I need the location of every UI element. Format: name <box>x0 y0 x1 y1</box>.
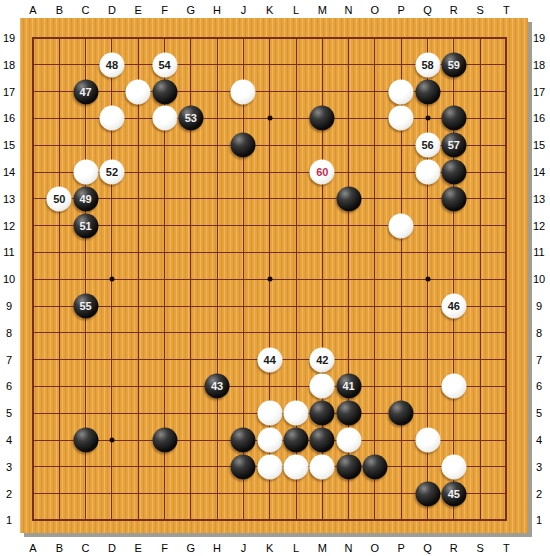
column-label-top: C <box>82 5 90 16</box>
white-stone[interactable] <box>257 401 282 426</box>
column-label-bottom: Q <box>423 543 432 554</box>
star-point <box>425 277 430 282</box>
white-stone[interactable] <box>415 160 440 185</box>
row-label-left: 14 <box>3 167 15 178</box>
white-stone-move-58[interactable]: 58 <box>415 52 440 77</box>
white-stone[interactable] <box>389 79 414 104</box>
white-stone[interactable] <box>99 106 124 131</box>
white-stone-move-54[interactable]: 54 <box>152 52 177 77</box>
white-stone[interactable] <box>231 79 256 104</box>
column-label-bottom: S <box>476 543 483 554</box>
column-label-top: J <box>241 5 247 16</box>
black-stone[interactable] <box>284 428 309 453</box>
move-number: 52 <box>106 167 118 178</box>
column-label-bottom: M <box>318 543 327 554</box>
column-label-top: M <box>318 5 327 16</box>
move-number: 51 <box>79 220 91 231</box>
black-stone[interactable] <box>73 428 98 453</box>
white-stone[interactable] <box>441 454 466 479</box>
column-label-top: N <box>345 5 353 16</box>
grid-line-horizontal <box>33 332 506 333</box>
move-number: 57 <box>448 140 460 151</box>
row-label-right: 12 <box>533 220 545 231</box>
row-label-left: 6 <box>6 381 12 392</box>
row-label-left: 12 <box>3 220 15 231</box>
white-stone[interactable] <box>389 106 414 131</box>
black-stone-move-49[interactable]: 49 <box>73 186 98 211</box>
column-label-top: Q <box>423 5 432 16</box>
move-number: 43 <box>211 381 223 392</box>
column-label-top: K <box>266 5 273 16</box>
column-label-bottom: G <box>187 543 196 554</box>
black-stone[interactable] <box>310 401 335 426</box>
star-point <box>109 438 114 443</box>
star-point <box>425 116 430 121</box>
column-label-bottom: L <box>293 543 299 554</box>
row-label-right: 2 <box>536 488 542 499</box>
row-label-right: 4 <box>536 435 542 446</box>
black-stone-move-55[interactable]: 55 <box>73 294 98 319</box>
column-label-bottom: T <box>503 543 510 554</box>
move-number: 56 <box>421 140 433 151</box>
column-label-bottom: C <box>82 543 90 554</box>
black-stone[interactable] <box>336 454 361 479</box>
black-stone-move-59[interactable]: 59 <box>441 52 466 77</box>
grid-line-horizontal <box>33 306 506 307</box>
black-stone[interactable] <box>310 106 335 131</box>
column-label-top: R <box>450 5 458 16</box>
white-stone[interactable] <box>126 79 151 104</box>
white-stone-move-50[interactable]: 50 <box>47 186 72 211</box>
column-label-bottom: H <box>213 543 221 554</box>
row-label-left: 7 <box>6 354 12 365</box>
row-label-left: 11 <box>3 247 14 258</box>
black-stone[interactable] <box>336 401 361 426</box>
row-label-left: 18 <box>3 59 15 70</box>
column-label-bottom: N <box>345 543 353 554</box>
move-number: 41 <box>342 381 354 392</box>
black-stone[interactable] <box>231 133 256 158</box>
row-label-left: 4 <box>6 435 12 446</box>
black-stone[interactable] <box>362 454 387 479</box>
column-label-bottom: R <box>450 543 458 554</box>
move-number: 53 <box>185 113 197 124</box>
white-stone-move-42[interactable]: 42 <box>310 347 335 372</box>
column-label-top: E <box>135 5 142 16</box>
row-label-right: 18 <box>533 59 545 70</box>
column-label-top: F <box>161 5 168 16</box>
white-stone[interactable] <box>389 213 414 238</box>
white-stone-move-60[interactable]: 60 <box>310 160 335 185</box>
column-label-top: H <box>213 5 221 16</box>
row-label-left: 10 <box>3 274 15 285</box>
grid-line-vertical <box>480 38 481 520</box>
white-stone[interactable] <box>284 454 309 479</box>
row-label-right: 10 <box>533 274 545 285</box>
row-label-left: 3 <box>6 461 12 472</box>
row-label-right: 6 <box>536 381 542 392</box>
column-label-top: O <box>371 5 380 16</box>
black-stone[interactable] <box>415 481 440 506</box>
black-stone[interactable] <box>152 428 177 453</box>
star-point <box>109 277 114 282</box>
black-stone[interactable] <box>231 454 256 479</box>
column-label-bottom: D <box>108 543 116 554</box>
white-stone[interactable] <box>310 454 335 479</box>
column-label-bottom: B <box>56 543 63 554</box>
black-stone[interactable] <box>415 79 440 104</box>
row-label-left: 17 <box>3 86 15 97</box>
move-number: 55 <box>79 301 91 312</box>
black-stone-move-51[interactable]: 51 <box>73 213 98 238</box>
black-stone-move-41[interactable]: 41 <box>336 374 361 399</box>
row-label-left: 16 <box>3 113 15 124</box>
star-point <box>267 116 272 121</box>
move-number: 58 <box>421 59 433 70</box>
column-label-bottom: F <box>161 543 168 554</box>
row-label-right: 11 <box>533 247 544 258</box>
black-stone[interactable] <box>441 160 466 185</box>
column-label-top: S <box>476 5 483 16</box>
white-stone[interactable] <box>73 160 98 185</box>
black-stone[interactable] <box>389 401 414 426</box>
black-stone-move-57[interactable]: 57 <box>441 133 466 158</box>
column-label-top: B <box>56 5 63 16</box>
row-label-right: 7 <box>536 354 542 365</box>
grid-line-horizontal <box>33 386 506 387</box>
column-label-top: T <box>503 5 510 16</box>
white-stone-move-56[interactable]: 56 <box>415 133 440 158</box>
row-label-right: 14 <box>533 167 545 178</box>
row-label-right: 17 <box>533 86 545 97</box>
black-stone-move-43[interactable]: 43 <box>205 374 230 399</box>
move-number: 45 <box>448 488 460 499</box>
white-stone-move-44[interactable]: 44 <box>257 347 282 372</box>
row-label-left: 13 <box>3 193 15 204</box>
black-stone[interactable] <box>231 428 256 453</box>
screen: AABBCCDDEEFFGGHHJJKKLLMMNNOOPPQQRRSSTT19… <box>0 0 550 556</box>
row-label-right: 16 <box>533 113 545 124</box>
move-number: 42 <box>316 354 328 365</box>
black-stone-move-47[interactable]: 47 <box>73 79 98 104</box>
row-label-right: 19 <box>533 33 545 44</box>
black-stone[interactable] <box>336 186 361 211</box>
move-number: 44 <box>264 354 276 365</box>
row-label-right: 5 <box>536 408 542 419</box>
row-label-left: 19 <box>3 33 15 44</box>
black-stone[interactable] <box>310 428 335 453</box>
row-label-left: 5 <box>6 408 12 419</box>
row-label-left: 8 <box>6 327 12 338</box>
move-number: 54 <box>158 59 170 70</box>
white-stone[interactable] <box>257 454 282 479</box>
row-label-right: 8 <box>536 327 542 338</box>
column-label-bottom: P <box>398 543 405 554</box>
column-label-top: P <box>398 5 405 16</box>
move-number: 46 <box>448 301 460 312</box>
black-stone-move-45[interactable]: 45 <box>441 481 466 506</box>
row-label-right: 1 <box>536 515 542 526</box>
column-label-top: D <box>108 5 116 16</box>
white-stone[interactable] <box>310 374 335 399</box>
row-label-right: 15 <box>533 140 545 151</box>
grid-line-vertical <box>374 38 375 520</box>
row-label-left: 9 <box>6 301 12 312</box>
black-stone-move-53[interactable]: 53 <box>178 106 203 131</box>
black-stone[interactable] <box>152 79 177 104</box>
white-stone[interactable] <box>257 428 282 453</box>
row-label-right: 13 <box>533 193 545 204</box>
row-label-right: 9 <box>536 301 542 312</box>
move-number: 49 <box>79 193 91 204</box>
column-label-top: L <box>293 5 299 16</box>
white-stone[interactable] <box>336 428 361 453</box>
move-number: 50 <box>53 193 65 204</box>
column-label-bottom: O <box>371 543 380 554</box>
white-stone[interactable] <box>284 401 309 426</box>
white-stone-move-46[interactable]: 46 <box>441 294 466 319</box>
column-label-bottom: A <box>29 543 36 554</box>
black-stone[interactable] <box>441 186 466 211</box>
row-label-left: 2 <box>6 488 12 499</box>
move-number: 48 <box>106 59 118 70</box>
column-label-bottom: E <box>135 543 142 554</box>
black-stone[interactable] <box>441 106 466 131</box>
column-label-bottom: K <box>266 543 273 554</box>
white-stone-move-48[interactable]: 48 <box>99 52 124 77</box>
column-label-top: A <box>29 5 36 16</box>
move-number: 47 <box>79 86 91 97</box>
row-label-left: 1 <box>6 515 12 526</box>
white-stone[interactable] <box>415 428 440 453</box>
column-label-top: G <box>187 5 196 16</box>
white-stone[interactable] <box>152 106 177 131</box>
white-stone-move-52[interactable]: 52 <box>99 160 124 185</box>
move-number: 59 <box>448 59 460 70</box>
move-number: 60 <box>316 167 328 178</box>
column-label-bottom: J <box>241 543 247 554</box>
star-point <box>267 277 272 282</box>
white-stone[interactable] <box>441 374 466 399</box>
row-label-right: 3 <box>536 461 542 472</box>
row-label-left: 15 <box>3 140 15 151</box>
